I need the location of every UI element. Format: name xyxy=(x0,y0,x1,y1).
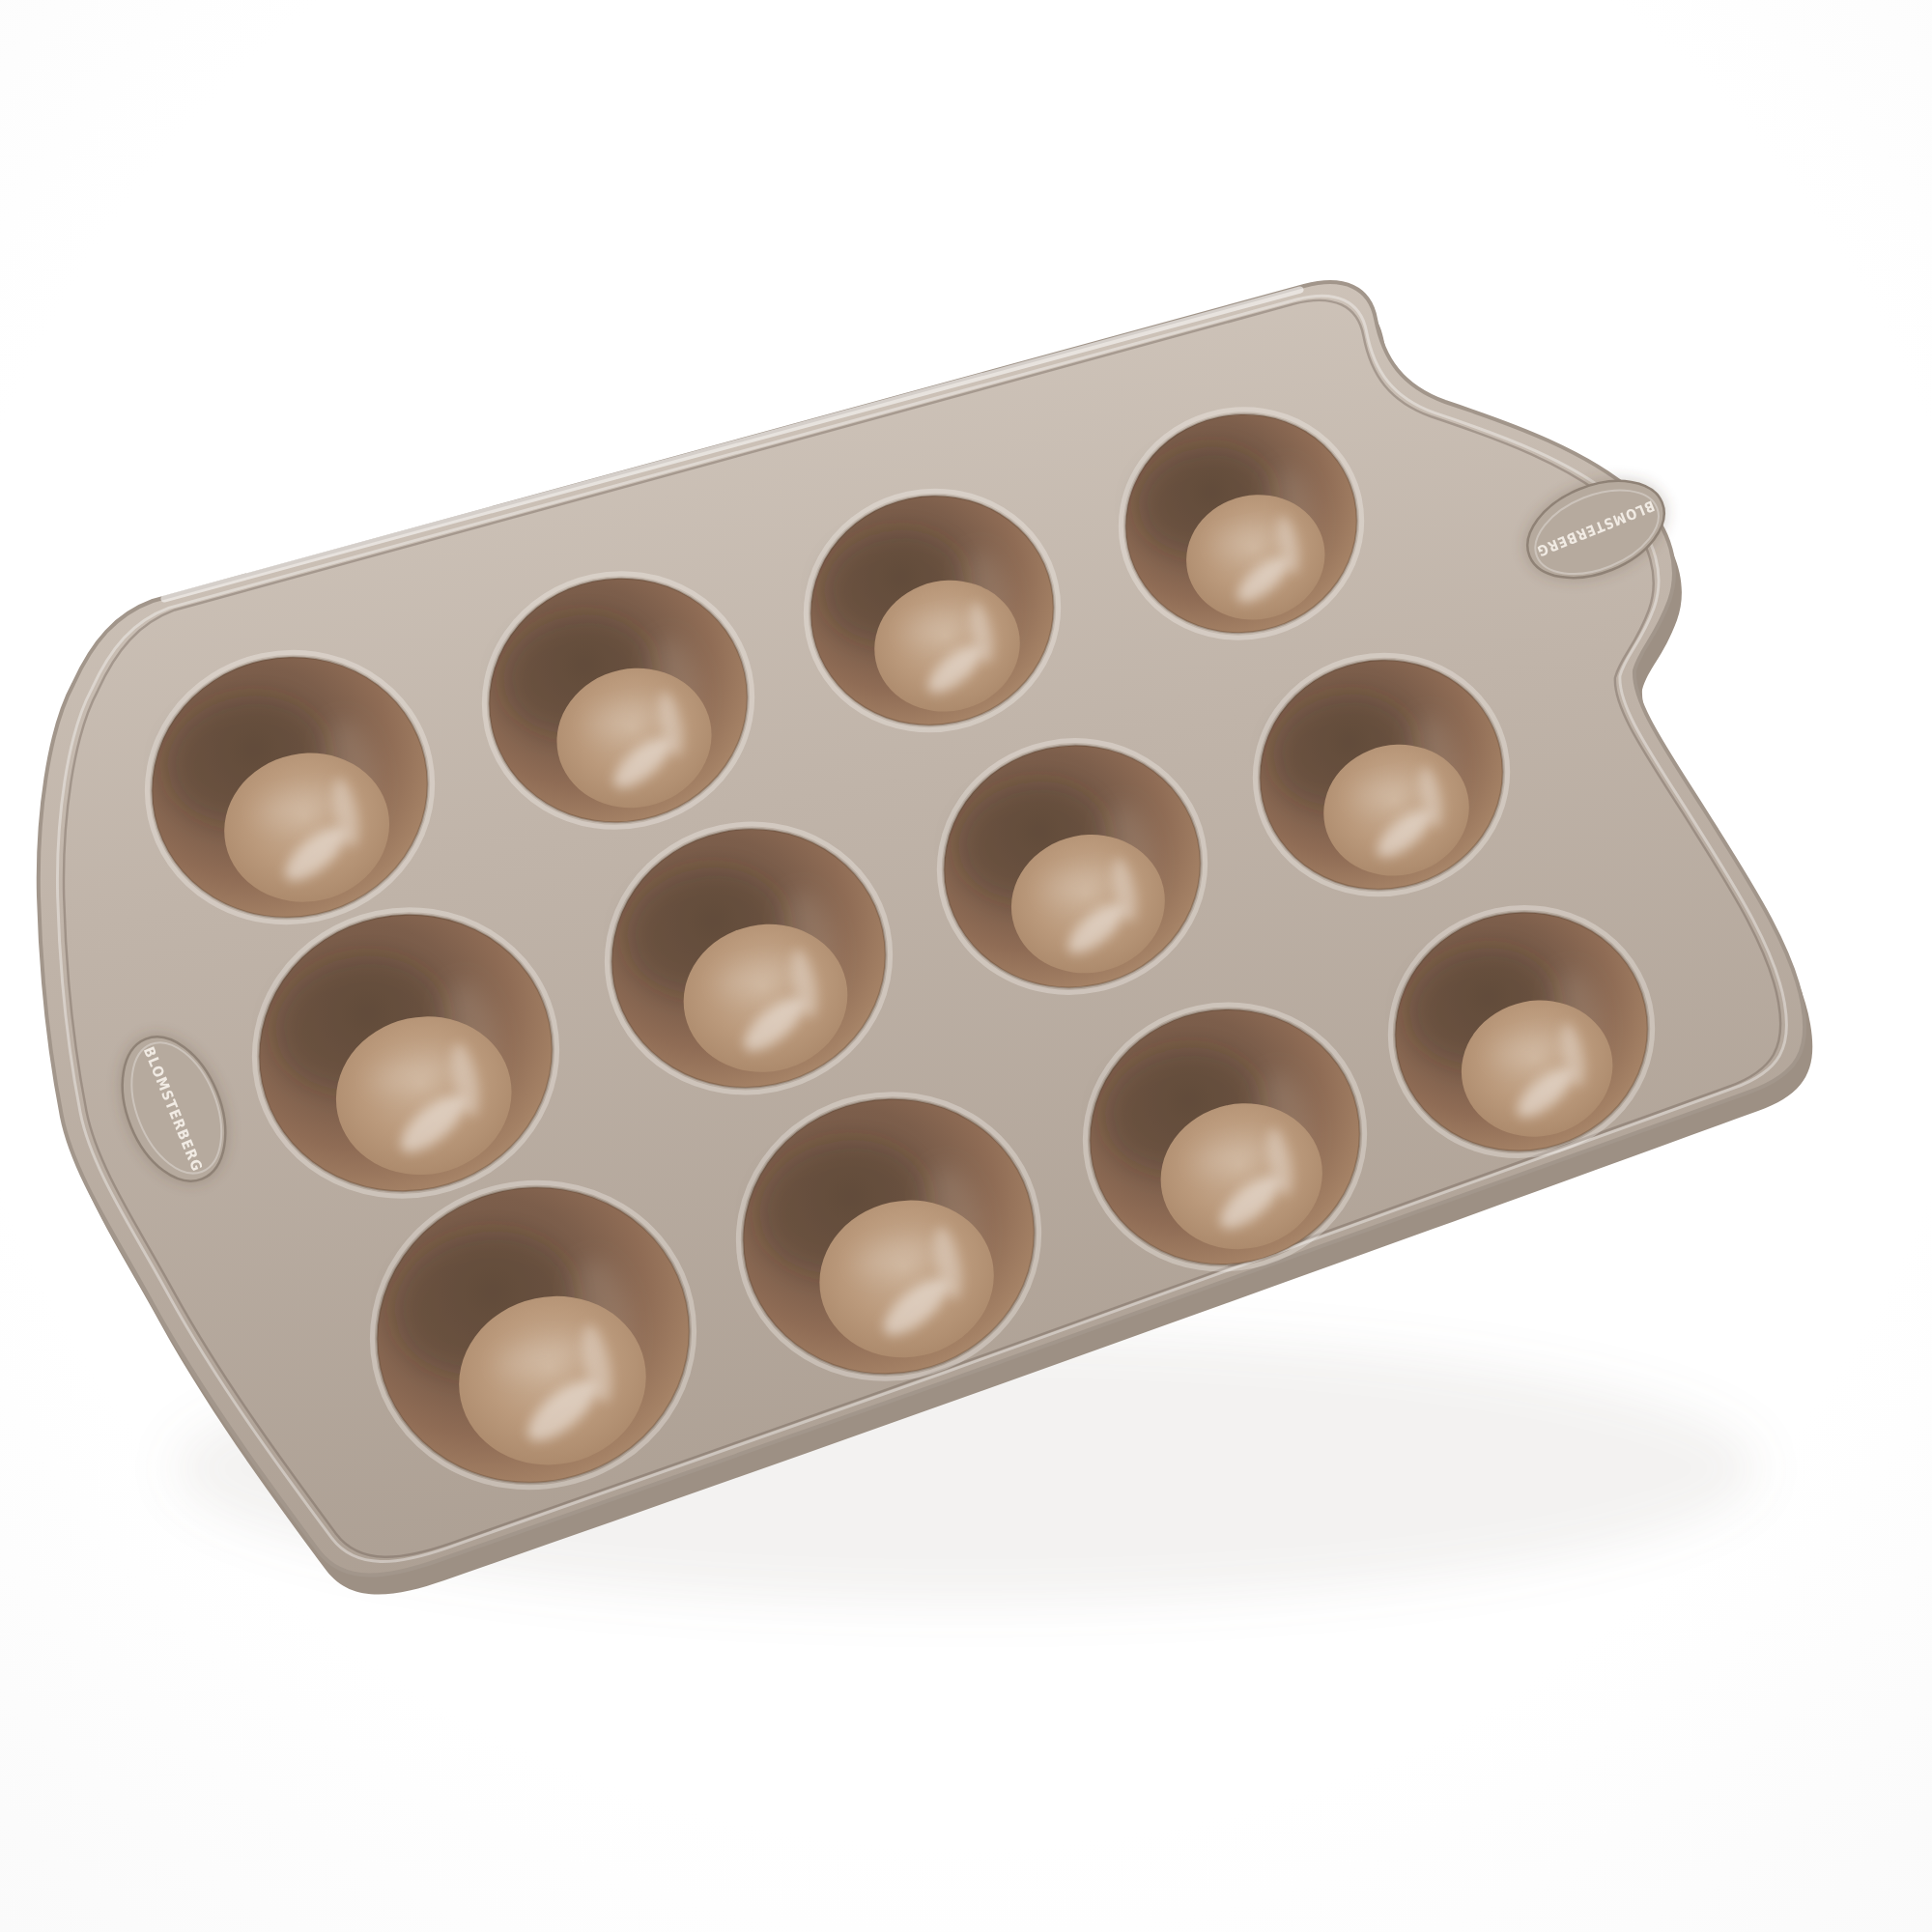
product-photo: BLOMSTERBERGBLOMSTERBERG xyxy=(0,0,1932,1932)
muffin-pan-illustration: BLOMSTERBERGBLOMSTERBERG xyxy=(0,0,1932,1932)
